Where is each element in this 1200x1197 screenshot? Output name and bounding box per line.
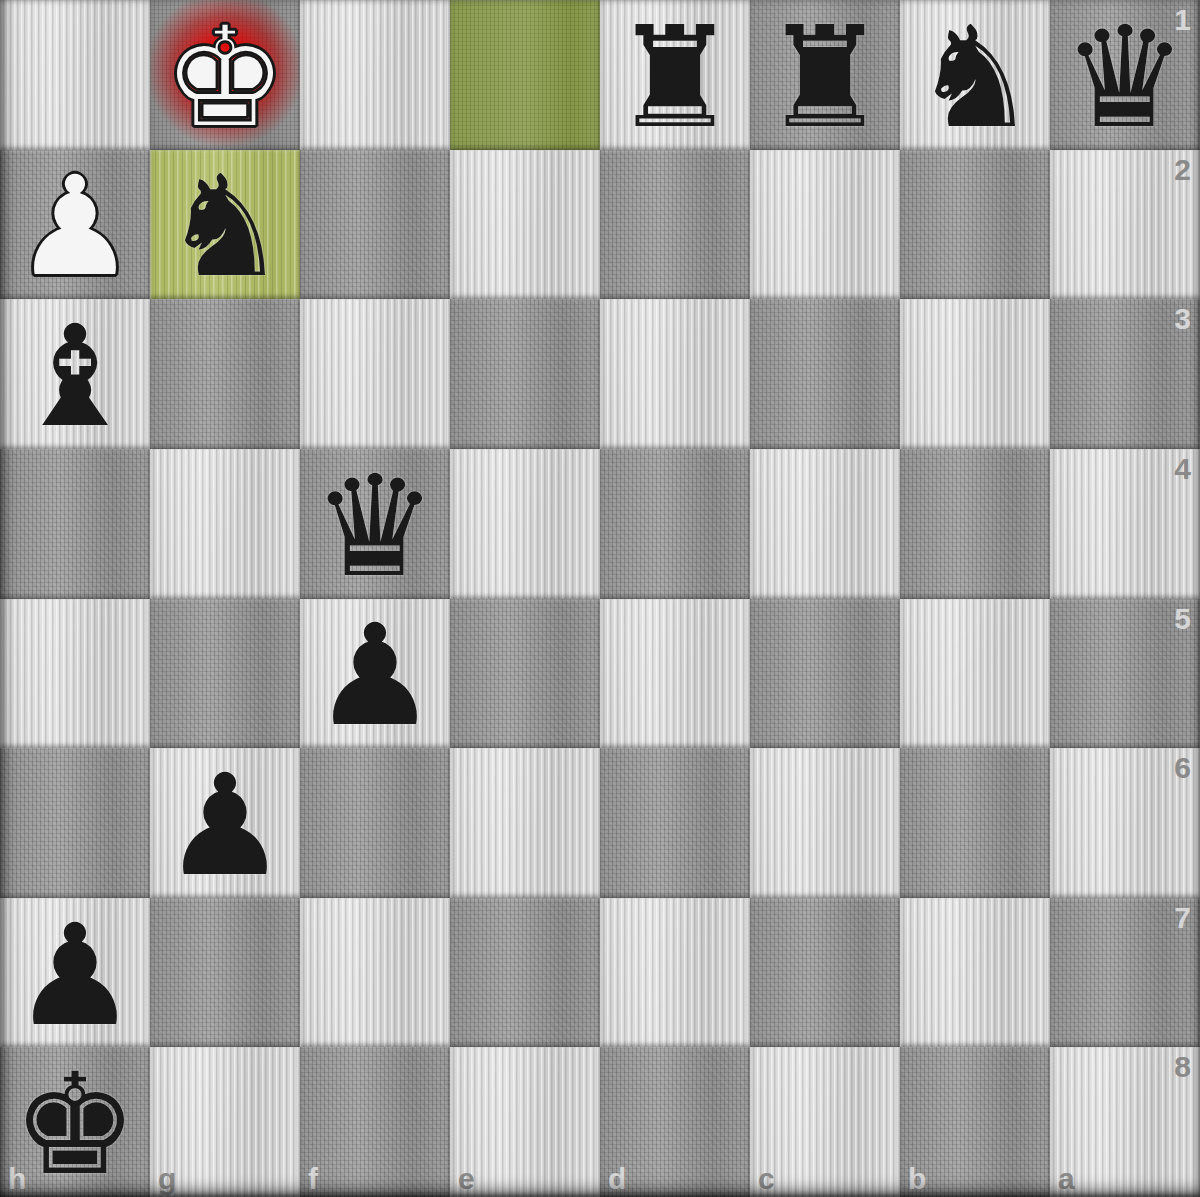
square-c6[interactable] [750,748,900,898]
square-d5[interactable] [600,599,750,749]
square-a4[interactable]: 4 [1050,449,1200,599]
square-b4[interactable] [900,449,1050,599]
chess-board: ♚♜♜♞1♛♟♞2♝3♛4♟5♟6♟7h♚gfedcb8a [0,0,1200,1197]
square-c3[interactable] [750,299,900,449]
rank-label-6: 6 [1174,753,1191,783]
square-e8[interactable]: e [450,1047,600,1197]
square-e6[interactable] [450,748,600,898]
square-e4[interactable] [450,449,600,599]
square-a1[interactable]: 1♛ [1050,0,1200,150]
square-e3[interactable] [450,299,600,449]
square-g4[interactable] [150,449,300,599]
black-pawn[interactable]: ♟ [12,906,138,1046]
square-d7[interactable] [600,898,750,1048]
black-knight[interactable]: ♞ [162,157,288,297]
file-label-d: d [608,1164,626,1194]
square-b8[interactable]: b [900,1047,1050,1197]
square-g6[interactable]: ♟ [150,748,300,898]
black-knight[interactable]: ♞ [912,8,1038,148]
square-a2[interactable]: 2 [1050,150,1200,300]
file-label-b: b [908,1164,926,1194]
square-f6[interactable] [300,748,450,898]
file-label-f: f [308,1164,318,1194]
square-a5[interactable]: 5 [1050,599,1200,749]
black-rook[interactable]: ♜ [612,8,738,148]
square-f7[interactable] [300,898,450,1048]
square-h1[interactable] [0,0,150,150]
square-d8[interactable]: d [600,1047,750,1197]
square-c5[interactable] [750,599,900,749]
square-f2[interactable] [300,150,450,300]
square-b2[interactable] [900,150,1050,300]
square-h4[interactable] [0,449,150,599]
rank-label-3: 3 [1174,304,1191,334]
square-g7[interactable] [150,898,300,1048]
file-label-a: a [1058,1164,1075,1194]
square-f4[interactable]: ♛ [300,449,450,599]
square-c4[interactable] [750,449,900,599]
square-c7[interactable] [750,898,900,1048]
square-b6[interactable] [900,748,1050,898]
square-g2[interactable]: ♞ [150,150,300,300]
white-pawn[interactable]: ♟ [12,157,138,297]
square-a6[interactable]: 6 [1050,748,1200,898]
square-a3[interactable]: 3 [1050,299,1200,449]
square-a8[interactable]: 8a [1050,1047,1200,1197]
square-e2[interactable] [450,150,600,300]
square-b1[interactable]: ♞ [900,0,1050,150]
square-g5[interactable] [150,599,300,749]
black-pawn[interactable]: ♟ [162,756,288,896]
square-e5[interactable] [450,599,600,749]
square-c1[interactable]: ♜ [750,0,900,150]
square-d3[interactable] [600,299,750,449]
square-b5[interactable] [900,599,1050,749]
white-king[interactable]: ♚ [162,8,288,148]
square-h7[interactable]: ♟ [0,898,150,1048]
square-h6[interactable] [0,748,150,898]
square-f3[interactable] [300,299,450,449]
square-d4[interactable] [600,449,750,599]
square-b7[interactable] [900,898,1050,1048]
square-h2[interactable]: ♟ [0,150,150,300]
square-c8[interactable]: c [750,1047,900,1197]
rank-label-7: 7 [1174,903,1191,933]
square-d2[interactable] [600,150,750,300]
rank-label-5: 5 [1174,604,1191,634]
square-c2[interactable] [750,150,900,300]
square-f8[interactable]: f [300,1047,450,1197]
black-queen[interactable]: ♛ [1062,8,1188,148]
square-h8[interactable]: h♚ [0,1047,150,1197]
black-queen[interactable]: ♛ [312,457,438,597]
square-d1[interactable]: ♜ [600,0,750,150]
black-rook[interactable]: ♜ [762,8,888,148]
square-g3[interactable] [150,299,300,449]
square-a7[interactable]: 7 [1050,898,1200,1048]
file-label-e: e [458,1164,475,1194]
file-label-c: c [758,1164,775,1194]
black-king[interactable]: ♚ [12,1055,138,1195]
square-f5[interactable]: ♟ [300,599,450,749]
square-d6[interactable] [600,748,750,898]
rank-label-2: 2 [1174,155,1191,185]
rank-label-4: 4 [1174,454,1191,484]
square-e7[interactable] [450,898,600,1048]
black-bishop[interactable]: ♝ [12,307,138,447]
square-f1[interactable] [300,0,450,150]
black-pawn[interactable]: ♟ [312,606,438,746]
square-e1[interactable] [450,0,600,150]
square-g8[interactable]: g [150,1047,300,1197]
square-h3[interactable]: ♝ [0,299,150,449]
square-b3[interactable] [900,299,1050,449]
square-h5[interactable] [0,599,150,749]
file-label-g: g [158,1164,176,1194]
square-g1[interactable]: ♚ [150,0,300,150]
rank-label-8: 8 [1174,1052,1191,1082]
